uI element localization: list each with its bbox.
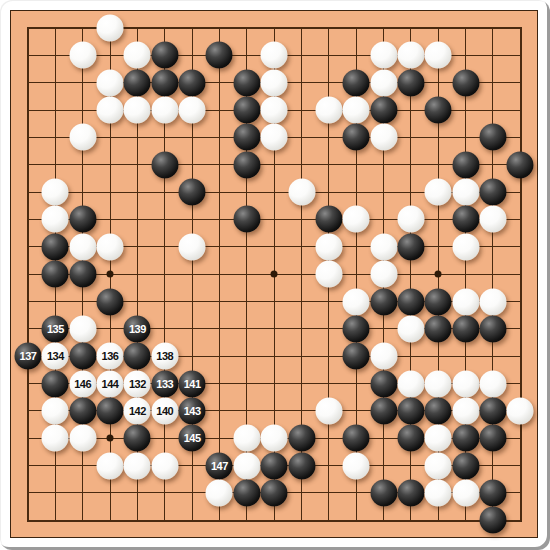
- stone-white: [179, 97, 206, 124]
- stone-black: [425, 315, 452, 342]
- star-point: [107, 435, 114, 442]
- stone-white: [261, 425, 288, 452]
- stone-black: [425, 397, 452, 424]
- stone-white: [397, 42, 424, 69]
- stone-white: [425, 42, 452, 69]
- stone-white: [261, 42, 288, 69]
- stone-white: [315, 233, 342, 260]
- stone-white: [206, 479, 233, 506]
- stone-black: 143: [179, 397, 206, 424]
- stone-black: [370, 397, 397, 424]
- stone-white: [397, 315, 424, 342]
- stone-black: [479, 124, 506, 151]
- stone-black: [397, 397, 424, 424]
- stone-black: [69, 397, 96, 424]
- stone-white: [42, 425, 69, 452]
- stone-black: [151, 151, 178, 178]
- stone-white: [370, 233, 397, 260]
- move-number-label: 140: [156, 405, 173, 416]
- stone-white: [233, 425, 260, 452]
- stone-white: [69, 425, 96, 452]
- stone-black: [452, 69, 479, 96]
- stone-white: [179, 233, 206, 260]
- stone-white: [315, 261, 342, 288]
- stone-black: 137: [15, 343, 42, 370]
- stone-white: [370, 261, 397, 288]
- stone-white: [42, 179, 69, 206]
- stone-white: [343, 97, 370, 124]
- stone-white: [343, 452, 370, 479]
- stone-white: [97, 69, 124, 96]
- stone-black: [288, 425, 315, 452]
- stone-black: [261, 479, 288, 506]
- stone-black: [343, 69, 370, 96]
- stone-white: 136: [97, 343, 124, 370]
- stone-black: [397, 69, 424, 96]
- stone-white: 138: [151, 343, 178, 370]
- stone-white: [69, 124, 96, 151]
- stone-black: 139: [124, 315, 151, 342]
- stone-black: [507, 151, 534, 178]
- stone-black: [452, 206, 479, 233]
- stone-white: [452, 397, 479, 424]
- stone-black: [42, 261, 69, 288]
- stone-black: [233, 69, 260, 96]
- stone-white: [315, 397, 342, 424]
- stone-white: [288, 179, 315, 206]
- stone-black: [315, 206, 342, 233]
- stone-white: [261, 97, 288, 124]
- stone-black: [42, 233, 69, 260]
- goban[interactable]: 1351391371341361381461441321331411421401…: [10, 10, 538, 538]
- stone-white: [370, 69, 397, 96]
- stone-white: [425, 179, 452, 206]
- stone-black: [479, 179, 506, 206]
- stone-white: [124, 452, 151, 479]
- stone-black: [425, 288, 452, 315]
- stone-black: [452, 452, 479, 479]
- stone-white: [42, 206, 69, 233]
- stone-black: 145: [179, 425, 206, 452]
- move-number-label: 138: [156, 351, 173, 362]
- stone-white: [479, 288, 506, 315]
- stone-black: [124, 69, 151, 96]
- stone-black: [479, 479, 506, 506]
- stone-white: [507, 397, 534, 424]
- stone-black: [261, 452, 288, 479]
- stone-black: [370, 479, 397, 506]
- move-number-label: 133: [156, 378, 173, 389]
- stone-black: [97, 288, 124, 315]
- stone-black: [343, 124, 370, 151]
- stone-white: 142: [124, 397, 151, 424]
- stone-black: [233, 124, 260, 151]
- stone-black: 147: [206, 452, 233, 479]
- stone-white: [452, 479, 479, 506]
- stone-black: 135: [42, 315, 69, 342]
- stone-black: [425, 97, 452, 124]
- stone-black: [452, 151, 479, 178]
- stone-white: [452, 179, 479, 206]
- stone-white: [97, 15, 124, 42]
- stone-black: [343, 425, 370, 452]
- stone-black: 141: [179, 370, 206, 397]
- move-number-label: 134: [47, 351, 64, 362]
- move-number-label: 143: [184, 405, 201, 416]
- screenshot-frame: 1351391371341361381461441321331411421401…: [0, 0, 550, 550]
- stone-white: [69, 233, 96, 260]
- stone-black: [479, 397, 506, 424]
- stone-white: [452, 370, 479, 397]
- stone-white: [397, 370, 424, 397]
- stone-white: 146: [69, 370, 96, 397]
- stone-white: [425, 370, 452, 397]
- stone-black: [370, 97, 397, 124]
- stone-black: [69, 261, 96, 288]
- stone-black: [42, 370, 69, 397]
- stone-black: [479, 425, 506, 452]
- move-number-label: 139: [129, 323, 146, 334]
- stone-white: [452, 233, 479, 260]
- move-number-label: 147: [211, 460, 228, 471]
- move-number-label: 137: [20, 351, 37, 362]
- stone-white: 140: [151, 397, 178, 424]
- stone-black: [151, 69, 178, 96]
- stone-black: [397, 233, 424, 260]
- stone-black: [452, 315, 479, 342]
- stone-black: [343, 315, 370, 342]
- stone-black: [97, 397, 124, 424]
- stone-white: [261, 69, 288, 96]
- stone-white: 134: [42, 343, 69, 370]
- stone-black: [397, 425, 424, 452]
- stone-black: [179, 179, 206, 206]
- stone-white: [479, 206, 506, 233]
- stone-white: [151, 97, 178, 124]
- stone-white: [370, 124, 397, 151]
- stone-white: [233, 452, 260, 479]
- stone-black: [233, 151, 260, 178]
- stone-white: [261, 124, 288, 151]
- stone-white: [97, 452, 124, 479]
- stone-white: [97, 97, 124, 124]
- stone-black: [479, 315, 506, 342]
- stone-white: [42, 397, 69, 424]
- stone-black: [233, 97, 260, 124]
- stone-black: 133: [151, 370, 178, 397]
- star-point: [435, 271, 442, 278]
- stone-white: [425, 479, 452, 506]
- move-number-label: 144: [102, 378, 119, 389]
- move-number-label: 136: [102, 351, 119, 362]
- move-number-label: 132: [129, 378, 146, 389]
- stone-white: [397, 206, 424, 233]
- move-number-label: 146: [74, 378, 91, 389]
- stone-black: [206, 42, 233, 69]
- stone-black: [69, 206, 96, 233]
- stone-black: [124, 425, 151, 452]
- stone-black: [233, 206, 260, 233]
- stone-white: [343, 206, 370, 233]
- stone-black: [479, 507, 506, 534]
- move-number-label: 145: [184, 433, 201, 444]
- stone-white: [479, 370, 506, 397]
- stone-black: [397, 288, 424, 315]
- stone-black: [124, 343, 151, 370]
- stone-black: [69, 343, 96, 370]
- move-number-label: 141: [184, 378, 201, 389]
- move-number-label: 142: [129, 405, 146, 416]
- stone-black: [151, 42, 178, 69]
- stone-white: [69, 42, 96, 69]
- stone-white: [151, 452, 178, 479]
- stone-white: [343, 288, 370, 315]
- stone-white: [452, 288, 479, 315]
- stone-black: [370, 370, 397, 397]
- stone-black: [288, 452, 315, 479]
- stone-white: [69, 315, 96, 342]
- stone-black: [370, 288, 397, 315]
- stone-white: [315, 97, 342, 124]
- star-point: [107, 271, 114, 278]
- stone-white: [425, 452, 452, 479]
- stone-black: [179, 69, 206, 96]
- stone-white: [425, 425, 452, 452]
- stone-white: 132: [124, 370, 151, 397]
- move-number-label: 135: [47, 323, 64, 334]
- stone-white: [370, 343, 397, 370]
- star-point: [271, 271, 278, 278]
- stone-white: [370, 42, 397, 69]
- stone-black: [233, 479, 260, 506]
- stone-white: [124, 97, 151, 124]
- stone-white: [124, 42, 151, 69]
- stone-white: [97, 233, 124, 260]
- stone-black: [397, 479, 424, 506]
- stone-black: [452, 425, 479, 452]
- stone-black: [343, 343, 370, 370]
- stone-white: 144: [97, 370, 124, 397]
